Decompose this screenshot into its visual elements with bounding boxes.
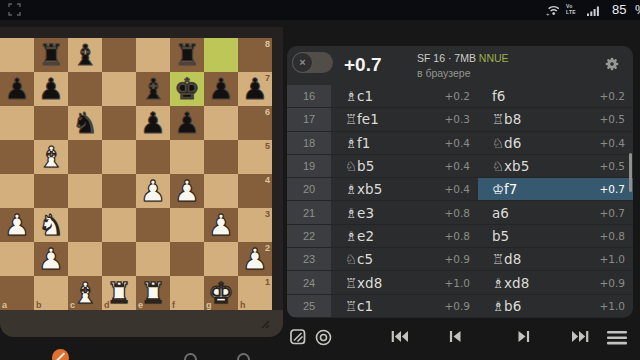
board-card: ♜♝♜8♟♟♝♚♟♟7♞♟♟6♝5♟♟4♟♞♟3♟♟2ab♝c♜d♜ef♚g1h bbox=[0, 27, 283, 337]
rank-label-2: 2 bbox=[265, 243, 270, 253]
square-e5[interactable] bbox=[136, 140, 170, 174]
square-c3[interactable] bbox=[68, 208, 102, 242]
square-h4[interactable]: 4 bbox=[238, 174, 272, 208]
move-row-17: 17♖fe1+0.3♖b8+0.5 bbox=[287, 108, 633, 131]
move-black[interactable]: b5+0.8 bbox=[478, 225, 633, 247]
square-f3[interactable] bbox=[170, 208, 204, 242]
move-san: ♗xb5 bbox=[345, 181, 382, 197]
black-pawn: ♟ bbox=[34, 72, 68, 106]
move-row-22: 22♗e2+0.8b5+0.8 bbox=[287, 225, 633, 248]
move-number: 21 bbox=[287, 201, 331, 223]
move-eval: +0.2 bbox=[445, 90, 471, 102]
square-g4[interactable] bbox=[204, 174, 238, 208]
move-eval: +0.4 bbox=[445, 137, 471, 149]
battery-percent-suffix: % bbox=[635, 2, 640, 17]
move-san: ♖fe1 bbox=[345, 111, 379, 127]
square-e3[interactable] bbox=[136, 208, 170, 242]
move-row-20: 20♗xb5+0.4♔f7+0.7 bbox=[287, 178, 633, 201]
white-pawn: ♟ bbox=[0, 208, 34, 242]
move-eval: +0.8 bbox=[600, 230, 626, 242]
black-pawn: ♟ bbox=[136, 106, 170, 140]
move-list: 16♗c1+0.2f6+0.217♖fe1+0.3♖b8+0.518♗f1+0.… bbox=[287, 85, 633, 318]
black-bishop: ♝ bbox=[136, 72, 170, 106]
square-a1[interactable]: a bbox=[0, 276, 34, 310]
square-d7[interactable] bbox=[102, 72, 136, 106]
square-g8[interactable] bbox=[204, 38, 238, 72]
white-bishop: ♝ bbox=[34, 140, 68, 174]
move-black[interactable]: f6+0.2 bbox=[478, 85, 633, 107]
chess-board[interactable]: ♜♝♜8♟♟♝♚♟♟7♞♟♟6♝5♟♟4♟♞♟3♟♟2ab♝c♜d♜ef♚g1h bbox=[0, 38, 272, 310]
square-e6[interactable]: ♟ bbox=[136, 106, 170, 140]
volte-icon: Vo LTE bbox=[566, 4, 576, 15]
move-eval: +0.5 bbox=[600, 160, 626, 172]
square-b3[interactable]: ♞ bbox=[34, 208, 68, 242]
engine-toggle[interactable]: × bbox=[292, 52, 333, 73]
move-number: 16 bbox=[287, 85, 331, 107]
white-pawn: ♟ bbox=[136, 174, 170, 208]
square-f5[interactable] bbox=[170, 140, 204, 174]
square-a7[interactable]: ♟ bbox=[0, 72, 34, 106]
move-number: 25 bbox=[287, 295, 331, 317]
move-san: ♖c1 bbox=[345, 298, 373, 314]
move-white[interactable]: ♗c1+0.2 bbox=[331, 85, 478, 107]
square-d5[interactable] bbox=[102, 140, 136, 174]
svg-text:+: + bbox=[546, 11, 550, 17]
move-san: ♔f7 bbox=[492, 181, 517, 197]
battery-percent: 85 bbox=[612, 2, 626, 17]
move-eval: +0.9 bbox=[445, 253, 471, 265]
move-eval: +0.7 bbox=[600, 207, 626, 219]
move-san: ♗xd8 bbox=[492, 275, 529, 291]
square-b4[interactable] bbox=[34, 174, 68, 208]
move-row-21: 21♗e3+0.8a6+0.7 bbox=[287, 201, 633, 224]
move-black[interactable]: ♘d6+0.4 bbox=[478, 132, 633, 154]
file-label-g: g bbox=[206, 300, 212, 310]
square-h1[interactable]: 1h bbox=[238, 276, 272, 310]
move-number: 22 bbox=[287, 225, 331, 247]
board-resize-handle[interactable] bbox=[259, 318, 270, 329]
engine-eval: +0.7 bbox=[344, 54, 382, 76]
file-label-h: h bbox=[240, 300, 246, 310]
partial-toolbar-icon[interactable] bbox=[237, 353, 250, 360]
move-eval: +0.2 bbox=[600, 90, 626, 102]
square-b1[interactable]: b bbox=[34, 276, 68, 310]
move-number: 24 bbox=[287, 271, 331, 293]
signal-bars-icon bbox=[587, 5, 600, 16]
move-san: a6 bbox=[492, 205, 509, 221]
move-white[interactable]: ♗xb5+0.4 bbox=[331, 178, 478, 200]
square-a8[interactable] bbox=[0, 38, 34, 72]
square-d4[interactable] bbox=[102, 174, 136, 208]
square-c2[interactable] bbox=[68, 242, 102, 276]
move-san: ♘b5 bbox=[345, 158, 374, 174]
move-white[interactable]: ♘c5+0.9 bbox=[331, 248, 478, 270]
file-label-a: a bbox=[2, 300, 7, 310]
engine-header: × +0.7 SF 16 · 7MB NNUE в браузере bbox=[287, 46, 633, 85]
move-number: 18 bbox=[287, 132, 331, 154]
square-b8[interactable]: ♜ bbox=[34, 38, 68, 72]
move-san: f6 bbox=[492, 88, 505, 104]
move-eval: +1.0 bbox=[600, 300, 626, 312]
move-black[interactable]: ♘xb5+0.5 bbox=[478, 155, 633, 177]
square-h6[interactable]: 6 bbox=[238, 106, 272, 140]
move-san: b5 bbox=[492, 228, 509, 244]
square-g7[interactable]: ♟ bbox=[204, 72, 238, 106]
black-knight: ♞ bbox=[68, 106, 102, 140]
move-row-16: 16♗c1+0.2f6+0.2 bbox=[287, 85, 633, 108]
square-c7[interactable] bbox=[68, 72, 102, 106]
move-list-scrollbar[interactable] bbox=[629, 153, 632, 192]
square-f2[interactable] bbox=[170, 242, 204, 276]
square-d8[interactable] bbox=[102, 38, 136, 72]
go-previous-icon[interactable] bbox=[449, 330, 462, 343]
move-black[interactable]: ♗b6+1.0 bbox=[478, 295, 633, 317]
move-san: ♖d8 bbox=[492, 251, 521, 267]
black-bishop: ♝ bbox=[68, 38, 102, 72]
square-e7[interactable]: ♝ bbox=[136, 72, 170, 106]
move-san: ♘c5 bbox=[345, 251, 373, 267]
black-pawn: ♟ bbox=[0, 72, 34, 106]
move-eval: +0.3 bbox=[445, 113, 471, 125]
square-c6[interactable]: ♞ bbox=[68, 106, 102, 140]
move-black[interactable]: ♖b8+0.5 bbox=[478, 108, 633, 130]
black-pawn: ♟ bbox=[170, 106, 204, 140]
menu-icon[interactable] bbox=[607, 331, 628, 345]
black-rook: ♜ bbox=[34, 38, 68, 72]
move-row-19: 19♘b5+0.4♘xb5+0.5 bbox=[287, 155, 633, 178]
rank-label-5: 5 bbox=[265, 141, 270, 151]
square-c5[interactable] bbox=[68, 140, 102, 174]
square-h5[interactable]: 5 bbox=[238, 140, 272, 174]
move-white[interactable]: ♖fe1+0.3 bbox=[331, 108, 478, 130]
go-next-icon[interactable] bbox=[517, 330, 530, 343]
file-label-e: e bbox=[138, 300, 143, 310]
square-h8[interactable]: 8 bbox=[238, 38, 272, 72]
move-black[interactable]: ♖d8+1.0 bbox=[478, 248, 633, 270]
rank-label-1: 1 bbox=[265, 277, 270, 287]
book-icon[interactable] bbox=[290, 329, 307, 345]
fullscreen-icon[interactable] bbox=[8, 3, 21, 16]
move-white[interactable]: ♖c1+0.9 bbox=[331, 295, 478, 317]
white-knight: ♞ bbox=[34, 208, 68, 242]
square-a4[interactable] bbox=[0, 174, 34, 208]
move-eval: +0.4 bbox=[600, 137, 626, 149]
square-c1[interactable]: ♝c bbox=[68, 276, 102, 310]
move-eval: +1.0 bbox=[445, 277, 471, 289]
move-row-24: 24♖xd8+1.0♗xd8+0.9 bbox=[287, 271, 633, 294]
square-b2[interactable]: ♟ bbox=[34, 242, 68, 276]
move-row-18: 18♗f1+0.4♘d6+0.4 bbox=[287, 132, 633, 155]
square-d1[interactable]: ♜d bbox=[102, 276, 136, 310]
black-rook: ♜ bbox=[170, 38, 204, 72]
annotate-pencil-icon[interactable] bbox=[52, 349, 69, 360]
move-number: 19 bbox=[287, 155, 331, 177]
rank-label-3: 3 bbox=[265, 209, 270, 219]
move-number: 23 bbox=[287, 248, 331, 270]
move-row-25: 25♖c1+0.9♗b6+1.0 bbox=[287, 295, 633, 318]
move-number: 20 bbox=[287, 178, 331, 200]
move-eval: +0.4 bbox=[445, 183, 471, 195]
square-c4[interactable] bbox=[68, 174, 102, 208]
file-label-c: c bbox=[70, 300, 75, 310]
partial-toolbar-icon[interactable] bbox=[184, 353, 197, 360]
black-pawn: ♟ bbox=[204, 72, 238, 106]
wifi-icon: + bbox=[546, 4, 561, 16]
move-white[interactable]: ♗f1+0.4 bbox=[331, 132, 478, 154]
file-label-d: d bbox=[104, 300, 110, 310]
go-first-icon[interactable] bbox=[391, 330, 409, 343]
white-pawn: ♟ bbox=[34, 242, 68, 276]
square-a6[interactable] bbox=[0, 106, 34, 140]
square-a2[interactable] bbox=[0, 242, 34, 276]
square-g3[interactable]: ♟ bbox=[204, 208, 238, 242]
analysis-panel: × +0.7 SF 16 · 7MB NNUE в браузере 16♗c1… bbox=[287, 46, 633, 318]
square-g2[interactable] bbox=[204, 242, 238, 276]
square-h3[interactable]: 3 bbox=[238, 208, 272, 242]
status-bar: + Vo LTE 85 % bbox=[0, 0, 640, 20]
square-e1[interactable]: ♜e bbox=[136, 276, 170, 310]
move-eval: +0.7 bbox=[600, 183, 626, 195]
chess-analysis-app: { "game": "chess", "position": { "fen": … bbox=[0, 0, 640, 360]
move-white[interactable]: ♗e3+0.8 bbox=[331, 201, 478, 223]
square-h7[interactable]: ♟7 bbox=[238, 72, 272, 106]
target-circles-icon[interactable] bbox=[315, 329, 332, 346]
move-black[interactable]: ♗xd8+0.9 bbox=[478, 271, 633, 293]
square-h2[interactable]: ♟2 bbox=[238, 242, 272, 276]
move-san: ♗e3 bbox=[345, 205, 374, 221]
rank-label-8: 8 bbox=[265, 39, 270, 49]
board-frame-bottom bbox=[0, 310, 283, 337]
square-a3[interactable]: ♟ bbox=[0, 208, 34, 242]
square-b6[interactable] bbox=[34, 106, 68, 140]
move-eval: +0.5 bbox=[600, 113, 626, 125]
white-pawn: ♟ bbox=[204, 208, 238, 242]
square-g5[interactable] bbox=[204, 140, 238, 174]
engine-info: SF 16 · 7MB NNUE в браузере bbox=[417, 52, 509, 79]
square-f1[interactable]: f bbox=[170, 276, 204, 310]
rank-label-7: 7 bbox=[265, 73, 270, 83]
rank-label-4: 4 bbox=[265, 175, 270, 185]
move-san: ♘xb5 bbox=[492, 158, 529, 174]
square-f4[interactable]: ♟ bbox=[170, 174, 204, 208]
rank-label-6: 6 bbox=[265, 107, 270, 117]
engine-nnue-badge: NNUE bbox=[479, 52, 509, 64]
square-f7[interactable]: ♚ bbox=[170, 72, 204, 106]
move-white[interactable]: ♖xd8+1.0 bbox=[331, 271, 478, 293]
square-d3[interactable] bbox=[102, 208, 136, 242]
move-eval: +0.9 bbox=[600, 277, 626, 289]
move-white[interactable]: ♘b5+0.4 bbox=[331, 155, 478, 177]
file-label-f: f bbox=[172, 300, 175, 310]
move-eval: +0.4 bbox=[445, 160, 471, 172]
move-san: ♘d6 bbox=[492, 135, 521, 151]
move-san: ♖b8 bbox=[492, 111, 521, 127]
engine-toggle-knob[interactable]: × bbox=[292, 52, 313, 73]
square-e8[interactable] bbox=[136, 38, 170, 72]
move-san: ♗c1 bbox=[345, 88, 373, 104]
square-f6[interactable]: ♟ bbox=[170, 106, 204, 140]
black-king: ♚ bbox=[170, 72, 204, 106]
move-san: ♗b6 bbox=[492, 298, 521, 314]
engine-location: в браузере bbox=[417, 67, 509, 79]
move-eval: +0.8 bbox=[445, 207, 471, 219]
move-number: 17 bbox=[287, 108, 331, 130]
gear-icon[interactable] bbox=[603, 55, 621, 73]
move-white[interactable]: ♗e2+0.8 bbox=[331, 225, 478, 247]
square-b7[interactable]: ♟ bbox=[34, 72, 68, 106]
square-e2[interactable] bbox=[136, 242, 170, 276]
move-eval: +1.0 bbox=[600, 253, 626, 265]
square-e4[interactable]: ♟ bbox=[136, 174, 170, 208]
move-row-23: 23♘c5+0.9♖d8+1.0 bbox=[287, 248, 633, 271]
engine-name: SF 16 · 7MB bbox=[417, 52, 476, 64]
square-g1[interactable]: ♚g bbox=[204, 276, 238, 310]
move-san: ♖xd8 bbox=[345, 275, 382, 291]
square-d2[interactable] bbox=[102, 242, 136, 276]
move-san: ♗f1 bbox=[345, 135, 370, 151]
go-last-icon[interactable] bbox=[571, 330, 589, 343]
move-black[interactable]: ♔f7+0.7 bbox=[478, 178, 633, 200]
square-c8[interactable]: ♝ bbox=[68, 38, 102, 72]
square-a5[interactable] bbox=[0, 140, 34, 174]
square-d6[interactable] bbox=[102, 106, 136, 140]
square-g6[interactable] bbox=[204, 106, 238, 140]
move-black[interactable]: a6+0.7 bbox=[478, 201, 633, 223]
file-label-b: b bbox=[36, 300, 42, 310]
move-eval: +0.8 bbox=[445, 230, 471, 242]
move-eval: +0.9 bbox=[445, 300, 471, 312]
white-pawn: ♟ bbox=[170, 174, 204, 208]
move-san: ♗e2 bbox=[345, 228, 374, 244]
square-b5[interactable]: ♝ bbox=[34, 140, 68, 174]
square-f8[interactable]: ♜ bbox=[170, 38, 204, 72]
